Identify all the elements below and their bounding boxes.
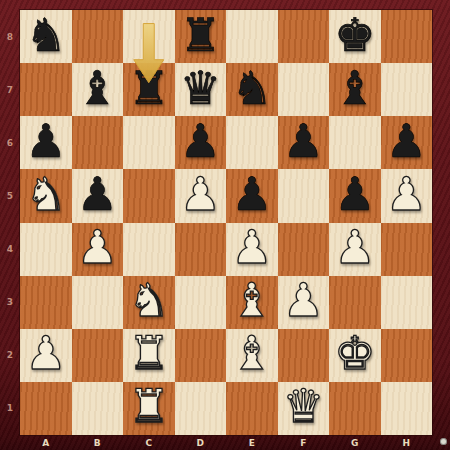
piece-black-knight-a8[interactable]: ♞: [25, 12, 66, 58]
square-a1[interactable]: [20, 382, 72, 435]
square-a6[interactable]: ♟: [20, 116, 72, 169]
board-frame: ♞♜♚♝♜♛♞♝♟♟♟♟♞♟♟♟♟♟♟♟♟♞♝♟♟♜♝♚♜♛ 87654321 …: [0, 0, 450, 450]
square-b7[interactable]: ♝: [72, 63, 124, 116]
piece-black-king-g8[interactable]: ♚: [334, 12, 375, 58]
square-g2[interactable]: ♚: [329, 329, 381, 382]
square-e4[interactable]: ♟: [226, 223, 278, 276]
square-c2[interactable]: ♜: [123, 329, 175, 382]
square-h3[interactable]: [381, 276, 433, 329]
square-c6[interactable]: [123, 116, 175, 169]
square-g7[interactable]: ♝: [329, 63, 381, 116]
file-label-e: E: [226, 435, 278, 450]
square-h1[interactable]: [381, 382, 433, 435]
square-a5[interactable]: ♞: [20, 169, 72, 222]
square-e6[interactable]: [226, 116, 278, 169]
file-label-b: B: [72, 435, 124, 450]
piece-black-knight-e7[interactable]: ♞: [231, 65, 272, 111]
square-e1[interactable]: [226, 382, 278, 435]
piece-white-pawn-g4[interactable]: ♟: [334, 224, 375, 270]
rank-label-2: 2: [0, 329, 20, 382]
square-b3[interactable]: [72, 276, 124, 329]
square-a4[interactable]: [20, 223, 72, 276]
piece-black-rook-c7[interactable]: ♜: [128, 65, 169, 111]
square-b1[interactable]: [72, 382, 124, 435]
rank-label-4: 4: [0, 223, 20, 276]
square-f3[interactable]: ♟: [278, 276, 330, 329]
rank-label-3: 3: [0, 276, 20, 329]
rank-label-7: 7: [0, 63, 20, 116]
rank-labels: 87654321: [0, 10, 20, 435]
file-labels: ABCDEFGH: [20, 435, 432, 450]
file-label-a: A: [20, 435, 72, 450]
square-c5[interactable]: [123, 169, 175, 222]
square-g8[interactable]: ♚: [329, 10, 381, 63]
piece-white-king-g2[interactable]: ♚: [334, 330, 375, 376]
square-b6[interactable]: [72, 116, 124, 169]
square-g4[interactable]: ♟: [329, 223, 381, 276]
square-d8[interactable]: ♜: [175, 10, 227, 63]
piece-white-bishop-e2[interactable]: ♝: [231, 330, 272, 376]
file-label-d: D: [175, 435, 227, 450]
square-c3[interactable]: ♞: [123, 276, 175, 329]
piece-black-bishop-g7[interactable]: ♝: [334, 65, 375, 111]
square-e7[interactable]: ♞: [226, 63, 278, 116]
piece-white-knight-c3[interactable]: ♞: [128, 277, 169, 323]
piece-black-pawn-f6[interactable]: ♟: [283, 118, 324, 164]
piece-black-pawn-b5[interactable]: ♟: [77, 171, 118, 217]
square-d7[interactable]: ♛: [175, 63, 227, 116]
square-e3[interactable]: ♝: [226, 276, 278, 329]
chess-board: ♞♜♚♝♜♛♞♝♟♟♟♟♞♟♟♟♟♟♟♟♟♞♝♟♟♜♝♚♜♛: [20, 10, 432, 435]
square-h6[interactable]: ♟: [381, 116, 433, 169]
square-a7[interactable]: [20, 63, 72, 116]
piece-black-pawn-h6[interactable]: ♟: [386, 118, 427, 164]
square-d4[interactable]: [175, 223, 227, 276]
move-indicator-dot: [440, 438, 447, 445]
piece-black-queen-d7[interactable]: ♛: [180, 65, 221, 111]
square-c8[interactable]: [123, 10, 175, 63]
piece-white-pawn-h5[interactable]: ♟: [386, 171, 427, 217]
piece-white-knight-a5[interactable]: ♞: [25, 171, 66, 217]
piece-white-bishop-e3[interactable]: ♝: [231, 277, 272, 323]
piece-white-pawn-b4[interactable]: ♟: [77, 224, 118, 270]
rank-label-6: 6: [0, 116, 20, 169]
square-g3[interactable]: [329, 276, 381, 329]
square-a8[interactable]: ♞: [20, 10, 72, 63]
file-label-f: F: [278, 435, 330, 450]
square-f8[interactable]: [278, 10, 330, 63]
piece-white-pawn-d5[interactable]: ♟: [180, 171, 221, 217]
piece-black-rook-d8[interactable]: ♜: [180, 12, 221, 58]
piece-white-rook-c2[interactable]: ♜: [128, 330, 169, 376]
square-b2[interactable]: [72, 329, 124, 382]
square-d5[interactable]: ♟: [175, 169, 227, 222]
square-c1[interactable]: ♜: [123, 382, 175, 435]
piece-white-pawn-e4[interactable]: ♟: [231, 224, 272, 270]
piece-white-pawn-f3[interactable]: ♟: [283, 277, 324, 323]
piece-white-pawn-a2[interactable]: ♟: [25, 330, 66, 376]
rank-label-8: 8: [0, 10, 20, 63]
square-b5[interactable]: ♟: [72, 169, 124, 222]
square-f7[interactable]: [278, 63, 330, 116]
file-label-c: C: [123, 435, 175, 450]
square-e2[interactable]: ♝: [226, 329, 278, 382]
file-label-g: G: [329, 435, 381, 450]
rank-label-5: 5: [0, 169, 20, 222]
square-d3[interactable]: [175, 276, 227, 329]
square-f4[interactable]: [278, 223, 330, 276]
square-h4[interactable]: [381, 223, 433, 276]
square-e8[interactable]: [226, 10, 278, 63]
square-h2[interactable]: [381, 329, 433, 382]
square-f5[interactable]: [278, 169, 330, 222]
square-b8[interactable]: [72, 10, 124, 63]
square-d2[interactable]: [175, 329, 227, 382]
square-c7[interactable]: ♜: [123, 63, 175, 116]
square-f6[interactable]: ♟: [278, 116, 330, 169]
piece-black-pawn-g5[interactable]: ♟: [334, 171, 375, 217]
rank-label-1: 1: [0, 382, 20, 435]
square-h5[interactable]: ♟: [381, 169, 433, 222]
piece-black-pawn-e5[interactable]: ♟: [231, 171, 272, 217]
square-b4[interactable]: ♟: [72, 223, 124, 276]
square-d6[interactable]: ♟: [175, 116, 227, 169]
square-g5[interactable]: ♟: [329, 169, 381, 222]
square-a2[interactable]: ♟: [20, 329, 72, 382]
square-g6[interactable]: [329, 116, 381, 169]
square-f2[interactable]: [278, 329, 330, 382]
square-d1[interactable]: [175, 382, 227, 435]
piece-black-pawn-a6[interactable]: ♟: [25, 118, 66, 164]
square-h8[interactable]: [381, 10, 433, 63]
square-g1[interactable]: [329, 382, 381, 435]
square-h7[interactable]: [381, 63, 433, 116]
piece-white-queen-f1[interactable]: ♛: [283, 383, 324, 429]
piece-white-rook-c1[interactable]: ♜: [128, 383, 169, 429]
piece-black-bishop-b7[interactable]: ♝: [77, 65, 118, 111]
square-f1[interactable]: ♛: [278, 382, 330, 435]
square-e5[interactable]: ♟: [226, 169, 278, 222]
square-c4[interactable]: [123, 223, 175, 276]
piece-black-pawn-d6[interactable]: ♟: [180, 118, 221, 164]
square-a3[interactable]: [20, 276, 72, 329]
file-label-h: H: [381, 435, 433, 450]
